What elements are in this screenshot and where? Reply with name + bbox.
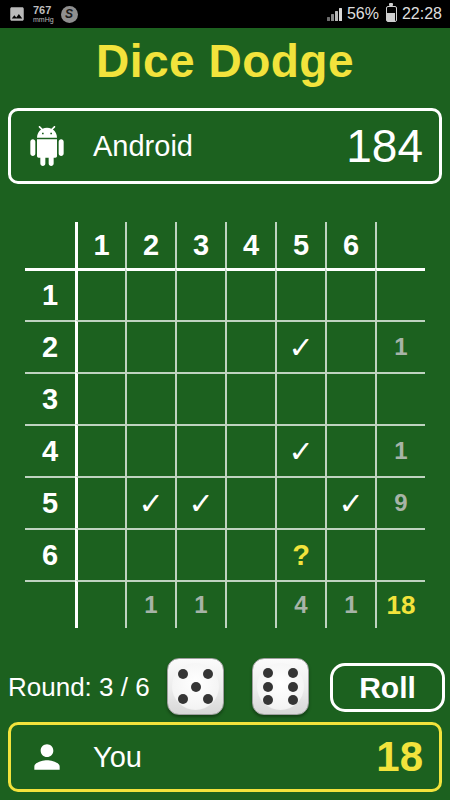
grid-cell-2-5[interactable]: ✓	[275, 320, 325, 372]
grid-cell-1-1[interactable]	[75, 268, 125, 320]
grid-cell-3-6[interactable]	[325, 372, 375, 424]
die-2-pip	[263, 695, 273, 705]
grid-cell-5-2[interactable]: ✓	[125, 476, 175, 528]
grid-row-label-4: 4	[25, 424, 75, 476]
die-2-pip	[288, 668, 298, 678]
gallery-icon	[8, 5, 26, 23]
person-icon	[27, 737, 67, 777]
die-1-pip	[191, 682, 201, 692]
grid-cell-5-1[interactable]	[75, 476, 125, 528]
opponent-name: Android	[93, 130, 193, 163]
grid-cell-6-6[interactable]	[325, 528, 375, 580]
grid-col-total-label	[25, 580, 75, 628]
grid-cell-1-3[interactable]	[175, 268, 225, 320]
die-2-pip	[288, 682, 298, 692]
grid-cell-3-2[interactable]	[125, 372, 175, 424]
die-1	[167, 658, 224, 715]
die-1-pip	[203, 669, 213, 679]
signal-strength-icon	[327, 8, 342, 21]
grid-cell-3-5[interactable]	[275, 372, 325, 424]
grid-row-total-header	[375, 222, 425, 268]
grid-cell-3-3[interactable]	[175, 372, 225, 424]
die-1-pip	[178, 669, 188, 679]
grid-col-total-3: 1	[175, 580, 225, 628]
grid-row-total-1	[375, 268, 425, 320]
grid-cell-6-5[interactable]: ?	[275, 528, 325, 580]
status-bar: 767 mmHg S 56% 22:28	[0, 0, 450, 28]
status-right-icons: 56% 22:28	[327, 5, 442, 23]
grid-col-header-2: 2	[125, 222, 175, 268]
grid-col-total-1	[75, 580, 125, 628]
grid-cell-1-2[interactable]	[125, 268, 175, 320]
grid-row-total-5: 9	[375, 476, 425, 528]
opponent-score: 184	[346, 119, 423, 173]
clock: 22:28	[402, 5, 442, 23]
android-robot-icon	[27, 126, 67, 166]
grid-row-label-5: 5	[25, 476, 75, 528]
grid-cell-2-1[interactable]	[75, 320, 125, 372]
grid-cell-4-3[interactable]	[175, 424, 225, 476]
grid-col-header-4: 4	[225, 222, 275, 268]
grid-row-label-6: 6	[25, 528, 75, 580]
grid-row-label-2: 2	[25, 320, 75, 372]
grid-corner	[25, 222, 75, 268]
score-grid: 12345612✓134✓15✓✓✓96?114118	[25, 222, 425, 628]
grid-cell-3-1[interactable]	[75, 372, 125, 424]
die-2-pip	[288, 695, 298, 705]
roll-button[interactable]: Roll	[330, 663, 445, 712]
grid-row-total-6	[375, 528, 425, 580]
grid-col-header-1: 1	[75, 222, 125, 268]
player-name: You	[93, 741, 142, 774]
grid-cell-6-4[interactable]	[225, 528, 275, 580]
grid-cell-1-6[interactable]	[325, 268, 375, 320]
grid-col-total-4	[225, 580, 275, 628]
grid-cell-1-5[interactable]	[275, 268, 325, 320]
grid-cell-6-2[interactable]	[125, 528, 175, 580]
grid-cell-5-4[interactable]	[225, 476, 275, 528]
app-screen: 767 mmHg S 56% 22:28 Dice Dodge Android …	[0, 0, 450, 800]
die-2-pip	[263, 682, 273, 692]
grid-cell-4-4[interactable]	[225, 424, 275, 476]
grid-cell-4-2[interactable]	[125, 424, 175, 476]
die-1-pip	[178, 694, 188, 704]
grid-cell-2-6[interactable]	[325, 320, 375, 372]
grid-cell-5-6[interactable]: ✓	[325, 476, 375, 528]
grid-cell-5-5[interactable]	[275, 476, 325, 528]
grid-col-header-3: 3	[175, 222, 225, 268]
pressure-notification: 767 mmHg	[33, 5, 54, 23]
grid-cell-2-3[interactable]	[175, 320, 225, 372]
battery-icon	[386, 6, 397, 22]
grid-cell-3-4[interactable]	[225, 372, 275, 424]
grid-col-header-5: 5	[275, 222, 325, 268]
grid-row-total-4: 1	[375, 424, 425, 476]
grid-col-header-6: 6	[325, 222, 375, 268]
grid-col-total-5: 4	[275, 580, 325, 628]
die-1-pip	[203, 694, 213, 704]
grid-cell-1-4[interactable]	[225, 268, 275, 320]
grid-row-total-3	[375, 372, 425, 424]
grid-col-total-2: 1	[125, 580, 175, 628]
shazam-icon: S	[61, 6, 78, 23]
die-2-pip	[263, 668, 273, 678]
grid-cell-5-3[interactable]: ✓	[175, 476, 225, 528]
grid-cell-2-2[interactable]	[125, 320, 175, 372]
opponent-scorecard: Android 184	[8, 108, 442, 184]
player-scorecard: You 18	[8, 722, 442, 792]
grid-cell-6-3[interactable]	[175, 528, 225, 580]
grid-cell-2-4[interactable]	[225, 320, 275, 372]
die-2	[252, 658, 309, 715]
grid-cell-6-1[interactable]	[75, 528, 125, 580]
pressure-unit: mmHg	[33, 16, 54, 23]
grid-cell-4-5[interactable]: ✓	[275, 424, 325, 476]
pressure-value: 767	[33, 5, 54, 16]
page-title: Dice Dodge	[0, 30, 450, 92]
grid-row-label-3: 3	[25, 372, 75, 424]
grid-row-label-1: 1	[25, 268, 75, 320]
grid-grand-total: 18	[375, 580, 425, 628]
grid-row-total-2: 1	[375, 320, 425, 372]
grid-cell-4-6[interactable]	[325, 424, 375, 476]
grid-col-total-6: 1	[325, 580, 375, 628]
grid-cell-4-1[interactable]	[75, 424, 125, 476]
battery-percent: 56%	[347, 5, 379, 23]
player-score: 18	[376, 733, 423, 781]
status-left-icons: 767 mmHg S	[8, 5, 78, 23]
round-indicator: Round: 3 / 6	[8, 672, 150, 703]
